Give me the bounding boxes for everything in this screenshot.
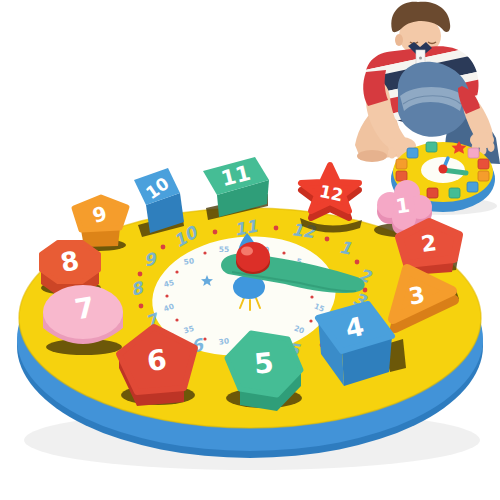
boy-photo <box>330 2 500 164</box>
mini-center-knob <box>439 165 448 174</box>
block-7-cylinder: 7 <box>43 285 123 344</box>
boy-foot <box>357 150 387 162</box>
boy-sleeve-left <box>363 70 388 106</box>
block-12-star: 12 <box>301 165 359 218</box>
center-knob <box>236 242 270 274</box>
minute-50: 50 <box>183 256 195 266</box>
product-photo: 5 10 15 20 25 30 35 40 45 50 55 60 1 <box>0 0 500 500</box>
boy-ear <box>395 34 403 46</box>
minute-30: 30 <box>218 336 230 346</box>
block-5-number: 5 <box>253 346 275 381</box>
photo-canvas: 5 10 15 20 25 30 35 40 45 50 55 60 1 <box>0 0 500 500</box>
minute-55: 55 <box>219 245 229 254</box>
main-clock: 5 10 15 20 25 30 35 40 45 50 55 60 1 <box>17 157 483 470</box>
